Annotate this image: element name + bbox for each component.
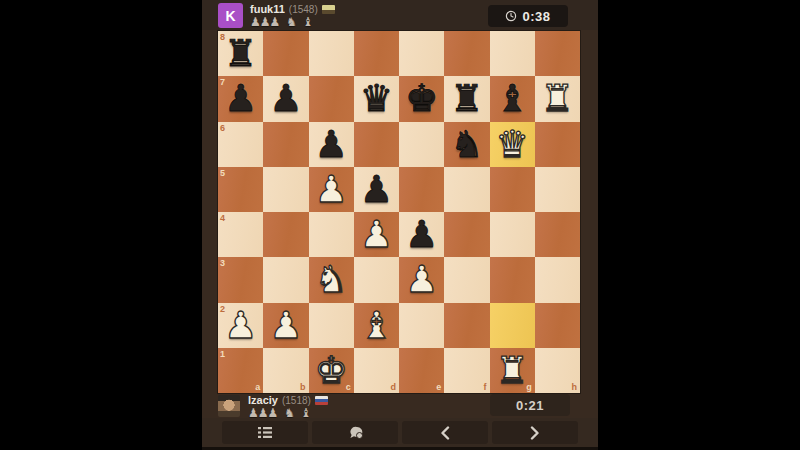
back-button[interactable]: [402, 421, 488, 444]
square-e1[interactable]: e: [399, 348, 444, 393]
square-d2[interactable]: ♝: [354, 303, 399, 348]
black-pawn-c6[interactable]: ♟: [315, 126, 348, 163]
square-c6[interactable]: ♟: [309, 122, 354, 167]
square-c5[interactable]: ♟: [309, 167, 354, 212]
file-label-e: e: [436, 383, 441, 392]
rank-label-4: 4: [220, 214, 225, 223]
black-king-e7[interactable]: ♚: [405, 80, 438, 117]
top-clock: 0:38: [488, 5, 568, 27]
square-a6[interactable]: 6: [218, 122, 263, 167]
square-d7[interactable]: ♛: [354, 76, 399, 121]
bottom-player-info: lzaciy (1518): [248, 395, 328, 406]
rank-label-1: 1: [220, 350, 225, 359]
square-e3[interactable]: ♟: [399, 257, 444, 302]
square-g6[interactable]: ♛: [490, 122, 535, 167]
square-b5[interactable]: [263, 167, 308, 212]
square-d4[interactable]: ♟: [354, 212, 399, 257]
square-c7[interactable]: [309, 76, 354, 121]
white-pawn-a2[interactable]: ♟: [224, 307, 257, 344]
white-pawn-d4[interactable]: ♟: [360, 216, 393, 253]
square-a2[interactable]: 2♟: [218, 303, 263, 348]
flag-icon: [315, 396, 328, 405]
top-username[interactable]: fuuk11: [250, 4, 285, 15]
bottom-username[interactable]: lzaciy: [248, 395, 278, 406]
bottom-clock: 0:21: [490, 394, 570, 416]
square-e8[interactable]: [399, 31, 444, 76]
square-b6[interactable]: [263, 122, 308, 167]
white-pawn-e3[interactable]: ♟: [405, 261, 438, 298]
square-b4[interactable]: [263, 212, 308, 257]
file-label-d: d: [391, 383, 397, 392]
square-a7[interactable]: 7♟: [218, 76, 263, 121]
square-f6[interactable]: ♞: [444, 122, 489, 167]
square-a5[interactable]: 5: [218, 167, 263, 212]
square-d5[interactable]: ♟: [354, 167, 399, 212]
file-label-b: b: [300, 383, 306, 392]
moves-list-icon: [257, 426, 273, 439]
captured-pawns-icon: ♟♟♟: [250, 15, 279, 29]
square-h6[interactable]: [535, 122, 580, 167]
top-rating: (1548): [289, 5, 318, 15]
chat-button[interactable]: [312, 421, 398, 444]
white-knight-c3[interactable]: ♞: [315, 261, 348, 298]
white-rook-g1[interactable]: ♜: [496, 352, 529, 389]
square-f8[interactable]: [444, 31, 489, 76]
white-pawn-c5[interactable]: ♟: [315, 171, 348, 208]
white-king-c1[interactable]: ♚: [315, 352, 348, 389]
bottom-rating: (1518): [282, 396, 311, 406]
square-g7[interactable]: ♝: [490, 76, 535, 121]
top-captured-pieces: ♟♟♟ ♞ ♝: [250, 16, 316, 28]
square-c3[interactable]: ♞: [309, 257, 354, 302]
bottom-toolbar: [202, 418, 598, 447]
square-c2[interactable]: [309, 303, 354, 348]
board: 8♜7♟♟♛♚♜♝♜6♟♞♛5♟♟4♟♟3♞♟2♟♟♝1abc♚defg♜h: [218, 31, 580, 393]
captured-knight-icon: ♞: [286, 15, 296, 29]
square-b7[interactable]: ♟: [263, 76, 308, 121]
square-c8[interactable]: [309, 31, 354, 76]
chevron-right-icon: [530, 426, 540, 440]
chat-icon: [347, 426, 364, 440]
black-rook-f7[interactable]: ♜: [450, 80, 483, 117]
black-rook-a8[interactable]: ♜: [224, 35, 257, 72]
square-f7[interactable]: ♜: [444, 76, 489, 121]
moves-list-button[interactable]: [222, 421, 308, 444]
app-screen: K fuuk11 (1548) ♟♟♟ ♞ ♝ 0:38 8♜7♟♟♛♚♜♝♜6…: [0, 0, 800, 450]
square-h7[interactable]: ♜: [535, 76, 580, 121]
black-queen-d7[interactable]: ♛: [360, 80, 393, 117]
square-g1[interactable]: g♜: [490, 348, 535, 393]
square-b2[interactable]: ♟: [263, 303, 308, 348]
forward-button[interactable]: [492, 421, 578, 444]
square-h1[interactable]: h: [535, 348, 580, 393]
square-f2[interactable]: [444, 303, 489, 348]
square-a4[interactable]: 4: [218, 212, 263, 257]
white-rook-h7[interactable]: ♜: [541, 80, 574, 117]
rank-label-6: 6: [220, 124, 225, 133]
avatar[interactable]: [218, 395, 240, 417]
square-c1[interactable]: c♚: [309, 348, 354, 393]
square-a1[interactable]: 1a: [218, 348, 263, 393]
square-c4[interactable]: [309, 212, 354, 257]
avatar[interactable]: K: [218, 3, 243, 28]
square-d1[interactable]: d: [354, 348, 399, 393]
rank-label-5: 5: [220, 169, 225, 178]
black-pawn-e4[interactable]: ♟: [405, 216, 438, 253]
black-knight-f6[interactable]: ♞: [450, 126, 483, 163]
white-bishop-d2[interactable]: ♝: [360, 307, 393, 344]
square-f1[interactable]: f: [444, 348, 489, 393]
square-g4[interactable]: [490, 212, 535, 257]
square-g2[interactable]: [490, 303, 535, 348]
square-a3[interactable]: 3: [218, 257, 263, 302]
square-e5[interactable]: [399, 167, 444, 212]
black-pawn-d5[interactable]: ♟: [360, 171, 393, 208]
square-h3[interactable]: [535, 257, 580, 302]
top-clock-time: 0:38: [522, 9, 550, 24]
game-panel: K fuuk11 (1548) ♟♟♟ ♞ ♝ 0:38 8♜7♟♟♛♚♜♝♜6…: [202, 0, 598, 447]
square-g3[interactable]: [490, 257, 535, 302]
black-bishop-g7[interactable]: ♝: [496, 80, 529, 117]
square-e6[interactable]: [399, 122, 444, 167]
square-d3[interactable]: [354, 257, 399, 302]
square-h8[interactable]: [535, 31, 580, 76]
file-label-a: a: [255, 383, 260, 392]
square-b1[interactable]: b: [263, 348, 308, 393]
white-queen-g6[interactable]: ♛: [496, 126, 529, 163]
bottom-clock-time: 0:21: [516, 398, 544, 413]
clock-icon: [505, 10, 517, 22]
flag-icon: [322, 5, 335, 14]
square-e4[interactable]: ♟: [399, 212, 444, 257]
square-h2[interactable]: [535, 303, 580, 348]
square-g8[interactable]: [490, 31, 535, 76]
rank-label-3: 3: [220, 259, 225, 268]
captured-bishop-icon: ♝: [303, 15, 313, 29]
square-f3[interactable]: [444, 257, 489, 302]
square-f4[interactable]: [444, 212, 489, 257]
file-label-f: f: [484, 383, 487, 392]
black-pawn-b7[interactable]: ♟: [269, 80, 302, 117]
top-player-info: fuuk11 (1548): [250, 4, 335, 15]
white-pawn-b2[interactable]: ♟: [269, 307, 302, 344]
square-h5[interactable]: [535, 167, 580, 212]
square-e2[interactable]: [399, 303, 444, 348]
file-label-h: h: [572, 383, 578, 392]
square-e7[interactable]: ♚: [399, 76, 444, 121]
square-b8[interactable]: [263, 31, 308, 76]
square-a8[interactable]: 8♜: [218, 31, 263, 76]
chevron-left-icon: [440, 426, 450, 440]
square-d6[interactable]: [354, 122, 399, 167]
square-d8[interactable]: [354, 31, 399, 76]
square-g5[interactable]: [490, 167, 535, 212]
black-pawn-a7[interactable]: ♟: [224, 80, 257, 117]
square-h4[interactable]: [535, 212, 580, 257]
square-f5[interactable]: [444, 167, 489, 212]
square-b3[interactable]: [263, 257, 308, 302]
